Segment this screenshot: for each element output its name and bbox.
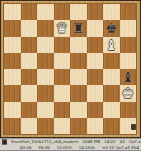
square-e4[interactable] [70, 69, 87, 85]
black-bishop-piece[interactable]: ♝ [120, 69, 137, 85]
square-h8[interactable] [120, 4, 137, 20]
square-f1[interactable] [87, 118, 104, 134]
square-e5[interactable] [70, 53, 87, 69]
engine-icon [2, 139, 7, 144]
square-d8[interactable] [54, 4, 71, 20]
black-king-piece[interactable]: ♚ [103, 20, 120, 36]
chess-gui-window: ♛♜♚♝♝♚ Stockfish_15062711_x64_modern 204… [0, 0, 141, 150]
square-f3[interactable] [87, 85, 104, 101]
square-b5[interactable] [21, 53, 38, 69]
square-b2[interactable] [21, 102, 38, 118]
square-a7[interactable] [4, 20, 21, 36]
engine-status-row-2: 43:06 36:36 10.05% 14.050k +0.15 Qa7-a5 … [0, 145, 141, 151]
square-f8[interactable] [87, 4, 104, 20]
square-g6[interactable]: ♝ [103, 37, 120, 53]
square-c5[interactable] [37, 53, 54, 69]
engine-time-remaining: 36:36 [38, 145, 50, 151]
white-king-piece[interactable]: ♚ [120, 85, 137, 101]
square-d1[interactable] [54, 118, 71, 134]
square-b6[interactable] [21, 37, 38, 53]
square-b7[interactable] [21, 20, 38, 36]
chess-board-frame: ♛♜♚♝♝♚ [0, 0, 141, 138]
square-g7[interactable]: ♚ [103, 20, 120, 36]
square-g2[interactable] [103, 102, 120, 118]
square-c3[interactable] [37, 85, 54, 101]
square-g3[interactable] [103, 85, 120, 101]
square-a1[interactable] [4, 118, 21, 134]
square-e3[interactable] [70, 85, 87, 101]
square-c7[interactable] [37, 20, 54, 36]
turn-indicator [131, 124, 136, 130]
square-h2[interactable] [120, 102, 137, 118]
square-d4[interactable] [54, 69, 71, 85]
square-b1[interactable] [21, 118, 38, 134]
square-g5[interactable] [103, 53, 120, 69]
square-a8[interactable] [4, 4, 21, 20]
engine-eval-pv: +0.15 Qa7-a5 Kb4 [102, 145, 139, 151]
square-c1[interactable] [37, 118, 54, 134]
engine-time: 43:06 [20, 145, 32, 151]
square-g8[interactable] [103, 4, 120, 20]
square-h3[interactable]: ♚ [120, 85, 137, 101]
white-queen-piece[interactable]: ♛ [54, 20, 71, 36]
square-a5[interactable] [4, 53, 21, 69]
engine-progress: 10.05% [57, 145, 72, 151]
white-bishop-piece[interactable]: ♝ [103, 37, 120, 53]
engine-nps: 14.050k [79, 145, 95, 151]
square-c4[interactable] [37, 69, 54, 85]
square-b3[interactable] [21, 85, 38, 101]
square-a4[interactable] [4, 69, 21, 85]
square-e2[interactable] [70, 102, 87, 118]
square-d2[interactable] [54, 102, 71, 118]
square-b4[interactable] [21, 69, 38, 85]
square-d6[interactable] [54, 37, 71, 53]
square-d7[interactable]: ♛ [54, 20, 71, 36]
square-e7[interactable]: ♜ [70, 20, 87, 36]
square-a2[interactable] [4, 102, 21, 118]
square-h6[interactable] [120, 37, 137, 53]
square-c8[interactable] [37, 4, 54, 20]
square-f4[interactable] [87, 69, 104, 85]
square-h7[interactable] [120, 20, 137, 36]
square-e1[interactable] [70, 118, 87, 134]
black-rook-piece[interactable]: ♜ [70, 20, 87, 36]
square-e8[interactable] [70, 4, 87, 20]
square-f2[interactable] [87, 102, 104, 118]
square-f6[interactable] [87, 37, 104, 53]
square-f7[interactable] [87, 20, 104, 36]
square-h5[interactable] [120, 53, 137, 69]
square-e6[interactable] [70, 37, 87, 53]
square-d3[interactable] [54, 85, 71, 101]
square-g1[interactable] [103, 118, 120, 134]
square-a6[interactable] [4, 37, 21, 53]
square-c2[interactable] [37, 102, 54, 118]
chess-board: ♛♜♚♝♝♚ [4, 4, 136, 134]
square-a3[interactable] [4, 85, 21, 101]
square-d5[interactable] [54, 53, 71, 69]
square-g4[interactable] [103, 69, 120, 85]
engine-status-inner: Stockfish_15062711_x64_modern 2048 MB 14… [0, 139, 141, 150]
square-c6[interactable] [37, 37, 54, 53]
square-h4[interactable]: ♝ [120, 69, 137, 85]
square-f5[interactable] [87, 53, 104, 69]
square-b8[interactable] [21, 4, 38, 20]
engine-status-bar: Stockfish_15062711_x64_modern 2048 MB 14… [0, 138, 141, 150]
